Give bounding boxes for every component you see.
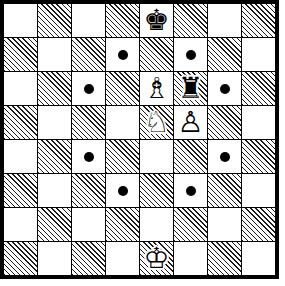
square-g7[interactable]	[208, 38, 241, 71]
square-a5[interactable]	[4, 106, 37, 139]
square-d1[interactable]	[106, 242, 139, 275]
square-a1[interactable]	[4, 242, 37, 275]
square-h7[interactable]	[242, 38, 275, 71]
square-b5[interactable]	[38, 106, 71, 139]
white-knight-glyph: ♘	[140, 106, 173, 139]
square-g1[interactable]	[208, 242, 241, 275]
square-h6[interactable]	[242, 72, 275, 105]
square-d7[interactable]	[106, 38, 139, 71]
move-marker-f3	[186, 186, 196, 196]
square-c7[interactable]	[72, 38, 105, 71]
white-pawn-glyph: ♙	[174, 106, 207, 139]
square-b1[interactable]	[38, 242, 71, 275]
square-a8[interactable]	[4, 4, 37, 37]
square-c1[interactable]	[72, 242, 105, 275]
chess-diagram-page: ♚♚♝♗♜♜♞♘♟♙♚♔	[0, 0, 285, 286]
square-c5[interactable]	[72, 106, 105, 139]
black-rook-f6[interactable]: ♜♜	[174, 72, 207, 105]
square-h5[interactable]	[242, 106, 275, 139]
square-e8[interactable]: ♚♚	[140, 4, 173, 37]
move-marker-d3	[118, 186, 128, 196]
square-a6[interactable]	[4, 72, 37, 105]
move-marker-c4	[84, 152, 94, 162]
square-h1[interactable]	[242, 242, 275, 275]
square-f8[interactable]	[174, 4, 207, 37]
black-king-glyph: ♚	[140, 4, 173, 37]
square-f6[interactable]: ♜♜	[174, 72, 207, 105]
square-e7[interactable]	[140, 38, 173, 71]
square-d8[interactable]	[106, 4, 139, 37]
square-g2[interactable]	[208, 208, 241, 241]
square-b6[interactable]	[38, 72, 71, 105]
square-e4[interactable]	[140, 140, 173, 173]
square-e3[interactable]	[140, 174, 173, 207]
white-bishop-glyph: ♗	[140, 72, 173, 105]
move-marker-f7	[186, 50, 196, 60]
square-a3[interactable]	[4, 174, 37, 207]
square-f1[interactable]	[174, 242, 207, 275]
square-c8[interactable]	[72, 4, 105, 37]
square-f3[interactable]	[174, 174, 207, 207]
square-a2[interactable]	[4, 208, 37, 241]
square-h8[interactable]	[242, 4, 275, 37]
square-f5[interactable]: ♟♙	[174, 106, 207, 139]
white-king-e1[interactable]: ♚♔	[140, 242, 173, 275]
square-b7[interactable]	[38, 38, 71, 71]
square-e2[interactable]	[140, 208, 173, 241]
square-e5[interactable]: ♞♘	[140, 106, 173, 139]
square-g8[interactable]	[208, 4, 241, 37]
move-marker-c6	[84, 84, 94, 94]
square-f2[interactable]	[174, 208, 207, 241]
square-g5[interactable]	[208, 106, 241, 139]
square-f4[interactable]	[174, 140, 207, 173]
square-g6[interactable]	[208, 72, 241, 105]
square-d4[interactable]	[106, 140, 139, 173]
square-a4[interactable]	[4, 140, 37, 173]
move-marker-d7	[118, 50, 128, 60]
black-rook-glyph: ♜	[174, 72, 207, 105]
white-pawn-f5[interactable]: ♟♙	[174, 106, 207, 139]
square-c2[interactable]	[72, 208, 105, 241]
square-c3[interactable]	[72, 174, 105, 207]
square-h4[interactable]	[242, 140, 275, 173]
square-h3[interactable]	[242, 174, 275, 207]
move-marker-g6	[220, 84, 230, 94]
square-d5[interactable]	[106, 106, 139, 139]
square-g4[interactable]	[208, 140, 241, 173]
square-e1[interactable]: ♚♔	[140, 242, 173, 275]
white-king-glyph: ♔	[140, 242, 173, 275]
square-e6[interactable]: ♝♗	[140, 72, 173, 105]
square-h2[interactable]	[242, 208, 275, 241]
square-c6[interactable]	[72, 72, 105, 105]
black-king-e8[interactable]: ♚♚	[140, 4, 173, 37]
square-c4[interactable]	[72, 140, 105, 173]
white-bishop-e6[interactable]: ♝♗	[140, 72, 173, 105]
move-marker-g4	[220, 152, 230, 162]
square-g3[interactable]	[208, 174, 241, 207]
white-knight-e5[interactable]: ♞♘	[140, 106, 173, 139]
square-d6[interactable]	[106, 72, 139, 105]
chess-board: ♚♚♝♗♜♜♞♘♟♙♚♔	[0, 0, 279, 279]
square-b3[interactable]	[38, 174, 71, 207]
square-d2[interactable]	[106, 208, 139, 241]
square-b4[interactable]	[38, 140, 71, 173]
square-b2[interactable]	[38, 208, 71, 241]
square-f7[interactable]	[174, 38, 207, 71]
square-b8[interactable]	[38, 4, 71, 37]
square-d3[interactable]	[106, 174, 139, 207]
square-a7[interactable]	[4, 38, 37, 71]
